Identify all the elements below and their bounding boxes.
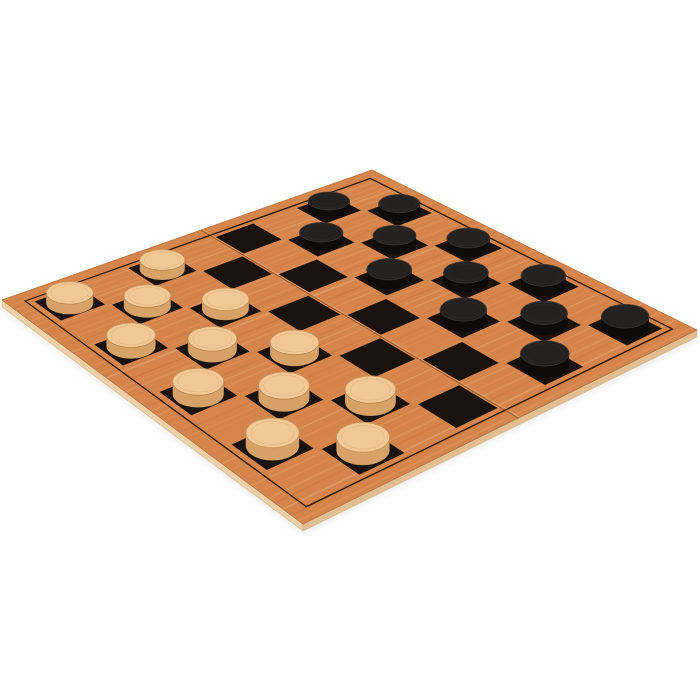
checkers-board-photo [0, 0, 700, 700]
checker-black-u5-v5[interactable] [440, 298, 486, 332]
checker-black-u6-v2[interactable] [373, 225, 416, 254]
checker-light-u1-v1[interactable] [124, 285, 171, 318]
checker-light-u2-v0[interactable] [140, 250, 185, 280]
checker-black-u5-v7[interactable] [521, 341, 570, 378]
checker-light-u0-v2[interactable] [106, 323, 155, 359]
checker-light-u1-v3[interactable] [188, 327, 237, 363]
product-photo-stage [0, 0, 700, 700]
checker-light-u0-v0[interactable] [46, 282, 93, 315]
checker-black-u6-v0[interactable] [308, 192, 350, 218]
checker-black-u7-v3[interactable] [447, 228, 490, 257]
checker-black-u6-v6[interactable] [521, 301, 568, 334]
checker-light-u0-v6[interactable] [246, 418, 300, 461]
checker-light-u1-v7[interactable] [336, 422, 389, 465]
checker-black-u7-v1[interactable] [379, 195, 420, 222]
checker-light-u1-v5[interactable] [258, 372, 309, 412]
checker-light-u2-v6[interactable] [345, 376, 396, 416]
checker-light-u2-v4[interactable] [270, 330, 319, 366]
checker-black-u7-v5[interactable] [521, 265, 566, 297]
checker-light-u0-v4[interactable] [173, 368, 224, 407]
checker-black-u5-v1[interactable] [300, 223, 343, 251]
checker-light-u2-v2[interactable] [202, 288, 249, 320]
checker-black-u6-v4[interactable] [444, 262, 489, 292]
checker-black-u7-v7[interactable] [602, 304, 649, 338]
checker-black-u5-v3[interactable] [367, 259, 412, 289]
